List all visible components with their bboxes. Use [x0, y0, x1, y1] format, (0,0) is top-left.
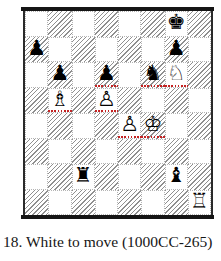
square-c5 — [72, 88, 95, 114]
square-c7 — [72, 37, 95, 63]
board-right-border — [211, 11, 213, 215]
square-g3 — [165, 139, 188, 165]
square-g2: ♝ — [165, 164, 188, 190]
square-d1 — [95, 190, 118, 216]
square-d4 — [95, 113, 118, 139]
square-d6: ♟ — [95, 62, 118, 88]
square-c4 — [72, 113, 95, 139]
square-d3 — [95, 139, 118, 165]
square-a8 — [25, 11, 48, 37]
square-c1 — [72, 190, 95, 216]
square-a2 — [25, 164, 48, 190]
square-e1 — [118, 190, 141, 216]
square-e3 — [118, 139, 141, 165]
square-c6 — [72, 62, 95, 88]
square-e7 — [118, 37, 141, 63]
square-f8 — [141, 11, 164, 37]
square-g6: ♘ — [165, 62, 188, 88]
white-king: ♔ — [143, 114, 162, 135]
square-d7 — [95, 37, 118, 63]
white-pawn: ♙ — [97, 89, 116, 110]
square-f3 — [141, 139, 164, 165]
square-h5 — [188, 88, 211, 114]
square-f5 — [141, 88, 164, 114]
square-a1 — [25, 190, 48, 216]
black-bishop: ♝ — [167, 165, 186, 186]
square-f2 — [141, 164, 164, 190]
square-g4 — [165, 113, 188, 139]
square-e8 — [118, 11, 141, 37]
square-c8 — [72, 11, 95, 37]
square-f6: ♞ — [141, 62, 164, 88]
square-b3 — [48, 139, 71, 165]
square-a4 — [25, 113, 48, 139]
square-c2: ♜ — [72, 164, 95, 190]
black-king: ♚ — [167, 12, 186, 33]
board-bottom-border — [21, 215, 214, 219]
square-g8: ♚ — [165, 11, 188, 37]
square-b2 — [48, 164, 71, 190]
chess-board: ♚♟♟♟♟♞♘♗♙♙♔♜♝♖ — [25, 11, 211, 215]
square-h1: ♖ — [188, 190, 211, 216]
square-f4: ♔ — [141, 113, 164, 139]
square-b4 — [48, 113, 71, 139]
square-a5 — [25, 88, 48, 114]
square-e4: ♙ — [118, 113, 141, 139]
square-b1 — [48, 190, 71, 216]
square-f7 — [141, 37, 164, 63]
square-d2 — [95, 164, 118, 190]
square-h3 — [188, 139, 211, 165]
square-a7: ♟ — [25, 37, 48, 63]
black-rook: ♜ — [74, 165, 93, 186]
square-e6 — [118, 62, 141, 88]
square-b8 — [48, 11, 71, 37]
square-g1 — [165, 190, 188, 216]
square-g5 — [165, 88, 188, 114]
square-e5 — [118, 88, 141, 114]
black-pawn: ♟ — [50, 63, 69, 84]
square-e2 — [118, 164, 141, 190]
square-d5: ♙ — [95, 88, 118, 114]
square-h8 — [188, 11, 211, 37]
white-knight: ♘ — [167, 63, 186, 84]
square-h7 — [188, 37, 211, 63]
square-a3 — [25, 139, 48, 165]
square-h2 — [188, 164, 211, 190]
white-rook: ♖ — [190, 191, 209, 212]
square-b5: ♗ — [48, 88, 71, 114]
square-g7: ♟ — [165, 37, 188, 63]
square-h4 — [188, 113, 211, 139]
black-pawn: ♟ — [167, 38, 186, 59]
square-b7 — [48, 37, 71, 63]
square-a6 — [25, 62, 48, 88]
black-pawn: ♟ — [27, 38, 46, 59]
white-bishop: ♗ — [50, 89, 69, 110]
black-knight: ♞ — [143, 63, 162, 84]
chess-diagram: ♚♟♟♟♟♞♘♗♙♙♔♜♝♖ 18. White to move (1000CC… — [0, 0, 221, 261]
white-pawn: ♙ — [120, 114, 139, 135]
square-d8 — [95, 11, 118, 37]
diagram-caption: 18. White to move (1000CC-265) — [3, 233, 219, 251]
square-b6: ♟ — [48, 62, 71, 88]
square-c3 — [72, 139, 95, 165]
square-h6 — [188, 62, 211, 88]
black-pawn: ♟ — [97, 63, 116, 84]
square-f1 — [141, 190, 164, 216]
